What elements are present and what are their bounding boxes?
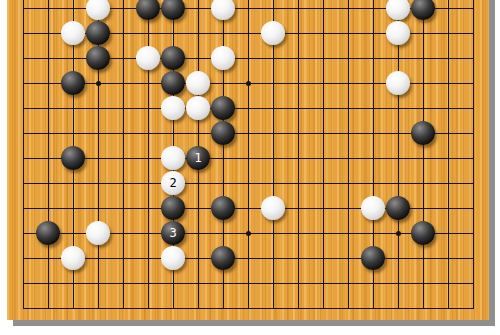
stone-black-move-3[interactable]: 3	[161, 221, 185, 245]
stone-black[interactable]	[136, 0, 160, 20]
stone-black[interactable]	[386, 196, 410, 220]
go-diagram: 123	[0, 0, 500, 335]
stone-black[interactable]	[211, 121, 235, 145]
star-point	[246, 81, 251, 86]
grid-line-vertical	[273, 0, 274, 309]
grid-line-vertical	[348, 0, 349, 309]
stone-white[interactable]	[186, 96, 210, 120]
board-drop-shadow-right	[489, 0, 495, 326]
go-board[interactable]: 123	[7, 0, 489, 320]
grid-line-vertical	[398, 0, 399, 309]
grid-line-horizontal	[23, 133, 474, 134]
stone-black[interactable]	[211, 196, 235, 220]
stone-white[interactable]	[211, 46, 235, 70]
grid-line-vertical	[448, 0, 449, 309]
grid-line-vertical	[423, 0, 424, 309]
stone-black[interactable]	[161, 0, 185, 20]
stone-black[interactable]	[61, 71, 85, 95]
stone-black[interactable]	[161, 71, 185, 95]
stone-white[interactable]	[161, 146, 185, 170]
grid-line-vertical	[123, 0, 124, 309]
move-number-label: 1	[194, 152, 201, 165]
star-point	[396, 231, 401, 236]
stone-white[interactable]	[186, 71, 210, 95]
stone-black[interactable]	[211, 246, 235, 270]
grid-line-vertical	[473, 0, 474, 309]
grid-line-vertical	[323, 0, 324, 309]
stone-white[interactable]	[361, 196, 385, 220]
board-drop-shadow-bottom	[13, 320, 495, 326]
stone-white[interactable]	[211, 0, 235, 20]
grid-line-horizontal	[23, 108, 474, 109]
stone-white[interactable]	[386, 71, 410, 95]
stone-white[interactable]	[136, 46, 160, 70]
move-number-label: 2	[169, 177, 176, 190]
stone-black[interactable]	[36, 221, 60, 245]
stone-black[interactable]	[161, 46, 185, 70]
stone-white[interactable]	[86, 221, 110, 245]
stone-black[interactable]	[161, 196, 185, 220]
stone-black[interactable]	[86, 21, 110, 45]
stone-white[interactable]	[386, 21, 410, 45]
grid-line-horizontal	[23, 158, 474, 159]
stone-white[interactable]	[161, 96, 185, 120]
grid-line-horizontal	[23, 183, 474, 184]
stone-white[interactable]	[61, 246, 85, 270]
stone-white-move-2[interactable]: 2	[161, 171, 185, 195]
grid-line-vertical	[298, 0, 299, 309]
stone-white[interactable]	[261, 196, 285, 220]
stone-white[interactable]	[261, 21, 285, 45]
stone-white[interactable]	[161, 246, 185, 270]
stone-black[interactable]	[86, 46, 110, 70]
star-point	[96, 81, 101, 86]
stone-white[interactable]	[86, 0, 110, 20]
stone-black[interactable]	[211, 96, 235, 120]
grid-line-bottom-edge	[23, 308, 474, 309]
stone-white[interactable]	[61, 21, 85, 45]
stone-black[interactable]	[61, 146, 85, 170]
stone-black[interactable]	[361, 246, 385, 270]
stone-black[interactable]	[411, 221, 435, 245]
stone-black[interactable]	[411, 0, 435, 20]
stone-white[interactable]	[386, 0, 410, 20]
grid-line-horizontal	[23, 283, 474, 284]
grid-line-horizontal	[23, 258, 474, 259]
star-point	[246, 231, 251, 236]
grid-line-vertical	[23, 0, 24, 309]
grid-line-vertical	[48, 0, 49, 309]
move-number-label: 3	[169, 227, 176, 240]
stone-black[interactable]	[411, 121, 435, 145]
grid-line-vertical	[248, 0, 249, 309]
stone-black-move-1[interactable]: 1	[186, 146, 210, 170]
